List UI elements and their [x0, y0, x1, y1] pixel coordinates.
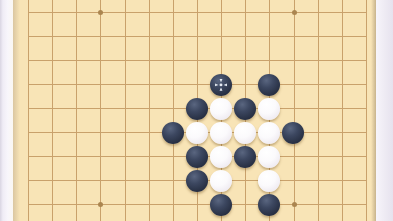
board-cells-layer [16, 0, 378, 216]
board-cell-r8c12[interactable] [305, 120, 329, 144]
board-cell-r11c10[interactable] [257, 192, 281, 216]
board-cell-r5c12[interactable] [305, 48, 329, 72]
board-cell-r9c13[interactable] [330, 144, 354, 168]
board-cell-r10c8[interactable] [209, 168, 233, 192]
board-cell-r5c10[interactable] [257, 48, 281, 72]
board-cell-r8c6[interactable] [161, 120, 185, 144]
board-cell-r11c2[interactable] [64, 192, 88, 216]
board-cell-r10c10[interactable] [257, 168, 281, 192]
board-cell-r9c6[interactable] [161, 144, 185, 168]
board-cell-r7c8[interactable] [209, 96, 233, 120]
board-cell-r11c7[interactable] [185, 192, 209, 216]
board-cell-r9c10[interactable] [257, 144, 281, 168]
board-cell-r4c6[interactable] [161, 24, 185, 48]
board-cell-r10c3[interactable] [88, 168, 112, 192]
board-cell-r10c12[interactable] [305, 168, 329, 192]
board-cell-r5c8[interactable] [209, 48, 233, 72]
board-cell-r3c9[interactable] [233, 0, 257, 24]
board-cell-r11c0[interactable] [16, 192, 40, 216]
board-cell-r6c9[interactable] [233, 72, 257, 96]
board-cell-r6c4[interactable] [112, 72, 136, 96]
black-stone [186, 146, 208, 168]
video-frame [0, 0, 393, 221]
white-stone [210, 146, 232, 168]
board-cell-r3c8[interactable] [209, 0, 233, 24]
board-cell-r4c4[interactable] [112, 24, 136, 48]
board-cell-r5c1[interactable] [40, 48, 64, 72]
board-cell-r3c12[interactable] [305, 0, 329, 24]
board-cell-r5c11[interactable] [281, 48, 305, 72]
board-cell-r11c4[interactable] [112, 192, 136, 216]
board-cell-r7c11[interactable] [281, 96, 305, 120]
board-cell-r3c5[interactable] [137, 0, 161, 24]
board-cell-r6c12[interactable] [305, 72, 329, 96]
last-move-cursor-icon [214, 78, 228, 92]
app-background-right [376, 0, 393, 221]
board-cell-r6c10[interactable] [257, 72, 281, 96]
board-cell-r9c0[interactable] [16, 144, 40, 168]
board-cell-r4c5[interactable] [137, 24, 161, 48]
board-cell-r3c0[interactable] [16, 0, 40, 24]
board-cell-r6c2[interactable] [64, 72, 88, 96]
board-cell-r10c7[interactable] [185, 168, 209, 192]
board-cell-r10c6[interactable] [161, 168, 185, 192]
board-cell-r3c6[interactable] [161, 0, 185, 24]
board-cell-r11c13[interactable] [330, 192, 354, 216]
white-stone [210, 170, 232, 192]
board-cell-r10c14[interactable] [354, 168, 378, 192]
board-cell-r6c5[interactable] [137, 72, 161, 96]
board-cell-r9c14[interactable] [354, 144, 378, 168]
black-stone [258, 194, 280, 216]
board-cell-r3c7[interactable] [185, 0, 209, 24]
board-cell-r11c11[interactable] [281, 192, 305, 216]
white-stone [210, 98, 232, 120]
board-cell-r10c13[interactable] [330, 168, 354, 192]
board-cell-r7c1[interactable] [40, 96, 64, 120]
board-cell-r11c14[interactable] [354, 192, 378, 216]
board-cell-r3c14[interactable] [354, 0, 378, 24]
board-cell-r11c8[interactable] [209, 192, 233, 216]
board-cell-r6c11[interactable] [281, 72, 305, 96]
board-cell-r7c6[interactable] [161, 96, 185, 120]
white-stone [210, 122, 232, 144]
white-stone [258, 98, 280, 120]
board-cell-r8c11[interactable] [281, 120, 305, 144]
board-cell-r4c11[interactable] [281, 24, 305, 48]
white-stone [186, 122, 208, 144]
board-cell-r8c1[interactable] [40, 120, 64, 144]
board-cell-r5c3[interactable] [88, 48, 112, 72]
board-cell-r4c3[interactable] [88, 24, 112, 48]
board-cell-r8c4[interactable] [112, 120, 136, 144]
board-cell-r6c13[interactable] [330, 72, 354, 96]
board-cell-r7c10[interactable] [257, 96, 281, 120]
gomoku-board[interactable] [13, 0, 376, 221]
black-stone [186, 98, 208, 120]
board-cell-r11c9[interactable] [233, 192, 257, 216]
board-cell-r6c7[interactable] [185, 72, 209, 96]
board-cell-r8c0[interactable] [16, 120, 40, 144]
board-cell-r4c1[interactable] [40, 24, 64, 48]
board-cell-r3c10[interactable] [257, 0, 281, 24]
board-cell-r11c3[interactable] [88, 192, 112, 216]
board-cell-r9c5[interactable] [137, 144, 161, 168]
board-cell-r9c7[interactable] [185, 144, 209, 168]
board-cell-r10c1[interactable] [40, 168, 64, 192]
board-cell-r3c11[interactable] [281, 0, 305, 24]
board-cell-r5c0[interactable] [16, 48, 40, 72]
board-cell-r6c8[interactable] [209, 72, 233, 96]
board-cell-r3c2[interactable] [64, 0, 88, 24]
board-cell-r11c6[interactable] [161, 192, 185, 216]
white-stone [258, 170, 280, 192]
black-stone [210, 194, 232, 216]
board-cell-r3c3[interactable] [88, 0, 112, 24]
black-stone [186, 170, 208, 192]
black-stone [210, 74, 232, 96]
board-cell-r5c5[interactable] [137, 48, 161, 72]
board-cell-r7c5[interactable] [137, 96, 161, 120]
board-cell-r10c4[interactable] [112, 168, 136, 192]
board-cell-r5c4[interactable] [112, 48, 136, 72]
board-cell-r5c2[interactable] [64, 48, 88, 72]
board-cell-r4c9[interactable] [233, 24, 257, 48]
board-cell-r9c8[interactable] [209, 144, 233, 168]
board-cell-r5c6[interactable] [161, 48, 185, 72]
board-cell-r9c11[interactable] [281, 144, 305, 168]
board-cell-r5c7[interactable] [185, 48, 209, 72]
app-background-left [0, 0, 13, 221]
board-cell-r11c5[interactable] [137, 192, 161, 216]
black-stone [258, 74, 280, 96]
board-cell-r9c4[interactable] [112, 144, 136, 168]
board-cell-r5c13[interactable] [330, 48, 354, 72]
board-cell-r11c1[interactable] [40, 192, 64, 216]
board-cell-r7c13[interactable] [330, 96, 354, 120]
white-stone [258, 146, 280, 168]
board-cell-r8c2[interactable] [64, 120, 88, 144]
board-cell-r9c12[interactable] [305, 144, 329, 168]
board-cell-r8c10[interactable] [257, 120, 281, 144]
board-cell-r10c9[interactable] [233, 168, 257, 192]
board-cell-r4c12[interactable] [305, 24, 329, 48]
board-cell-r8c5[interactable] [137, 120, 161, 144]
board-cell-r4c8[interactable] [209, 24, 233, 48]
board-cell-r8c9[interactable] [233, 120, 257, 144]
board-cell-r6c3[interactable] [88, 72, 112, 96]
board-cell-r8c8[interactable] [209, 120, 233, 144]
board-cell-r7c0[interactable] [16, 96, 40, 120]
board-cell-r8c13[interactable] [330, 120, 354, 144]
board-cell-r9c3[interactable] [88, 144, 112, 168]
board-cell-r3c1[interactable] [40, 0, 64, 24]
board-cell-r4c0[interactable] [16, 24, 40, 48]
board-cell-r11c12[interactable] [305, 192, 329, 216]
board-cell-r10c5[interactable] [137, 168, 161, 192]
board-cell-r4c10[interactable] [257, 24, 281, 48]
board-cell-r7c2[interactable] [64, 96, 88, 120]
black-stone [282, 122, 304, 144]
board-cell-r10c0[interactable] [16, 168, 40, 192]
board-cell-r9c9[interactable] [233, 144, 257, 168]
black-stone [234, 98, 256, 120]
board-cell-r6c14[interactable] [354, 72, 378, 96]
board-cell-r4c2[interactable] [64, 24, 88, 48]
white-stone [234, 122, 256, 144]
board-cell-r7c7[interactable] [185, 96, 209, 120]
board-cell-r9c1[interactable] [40, 144, 64, 168]
board-cell-r6c1[interactable] [40, 72, 64, 96]
board-cell-r7c3[interactable] [88, 96, 112, 120]
board-cell-r9c2[interactable] [64, 144, 88, 168]
board-cell-r7c12[interactable] [305, 96, 329, 120]
board-cell-r6c0[interactable] [16, 72, 40, 96]
black-stone [162, 122, 184, 144]
black-stone [234, 146, 256, 168]
board-cell-r10c11[interactable] [281, 168, 305, 192]
board-cell-r4c7[interactable] [185, 24, 209, 48]
board-cell-r8c14[interactable] [354, 120, 378, 144]
board-cell-r8c3[interactable] [88, 120, 112, 144]
board-cell-r5c9[interactable] [233, 48, 257, 72]
board-cell-r4c14[interactable] [354, 24, 378, 48]
board-cell-r8c7[interactable] [185, 120, 209, 144]
board-cell-r3c13[interactable] [330, 0, 354, 24]
board-cell-r4c13[interactable] [330, 24, 354, 48]
white-stone [258, 122, 280, 144]
board-cell-r7c14[interactable] [354, 96, 378, 120]
board-cell-r10c2[interactable] [64, 168, 88, 192]
board-cell-r3c4[interactable] [112, 0, 136, 24]
board-cell-r7c9[interactable] [233, 96, 257, 120]
board-cell-r7c4[interactable] [112, 96, 136, 120]
board-cell-r5c14[interactable] [354, 48, 378, 72]
board-cell-r6c6[interactable] [161, 72, 185, 96]
